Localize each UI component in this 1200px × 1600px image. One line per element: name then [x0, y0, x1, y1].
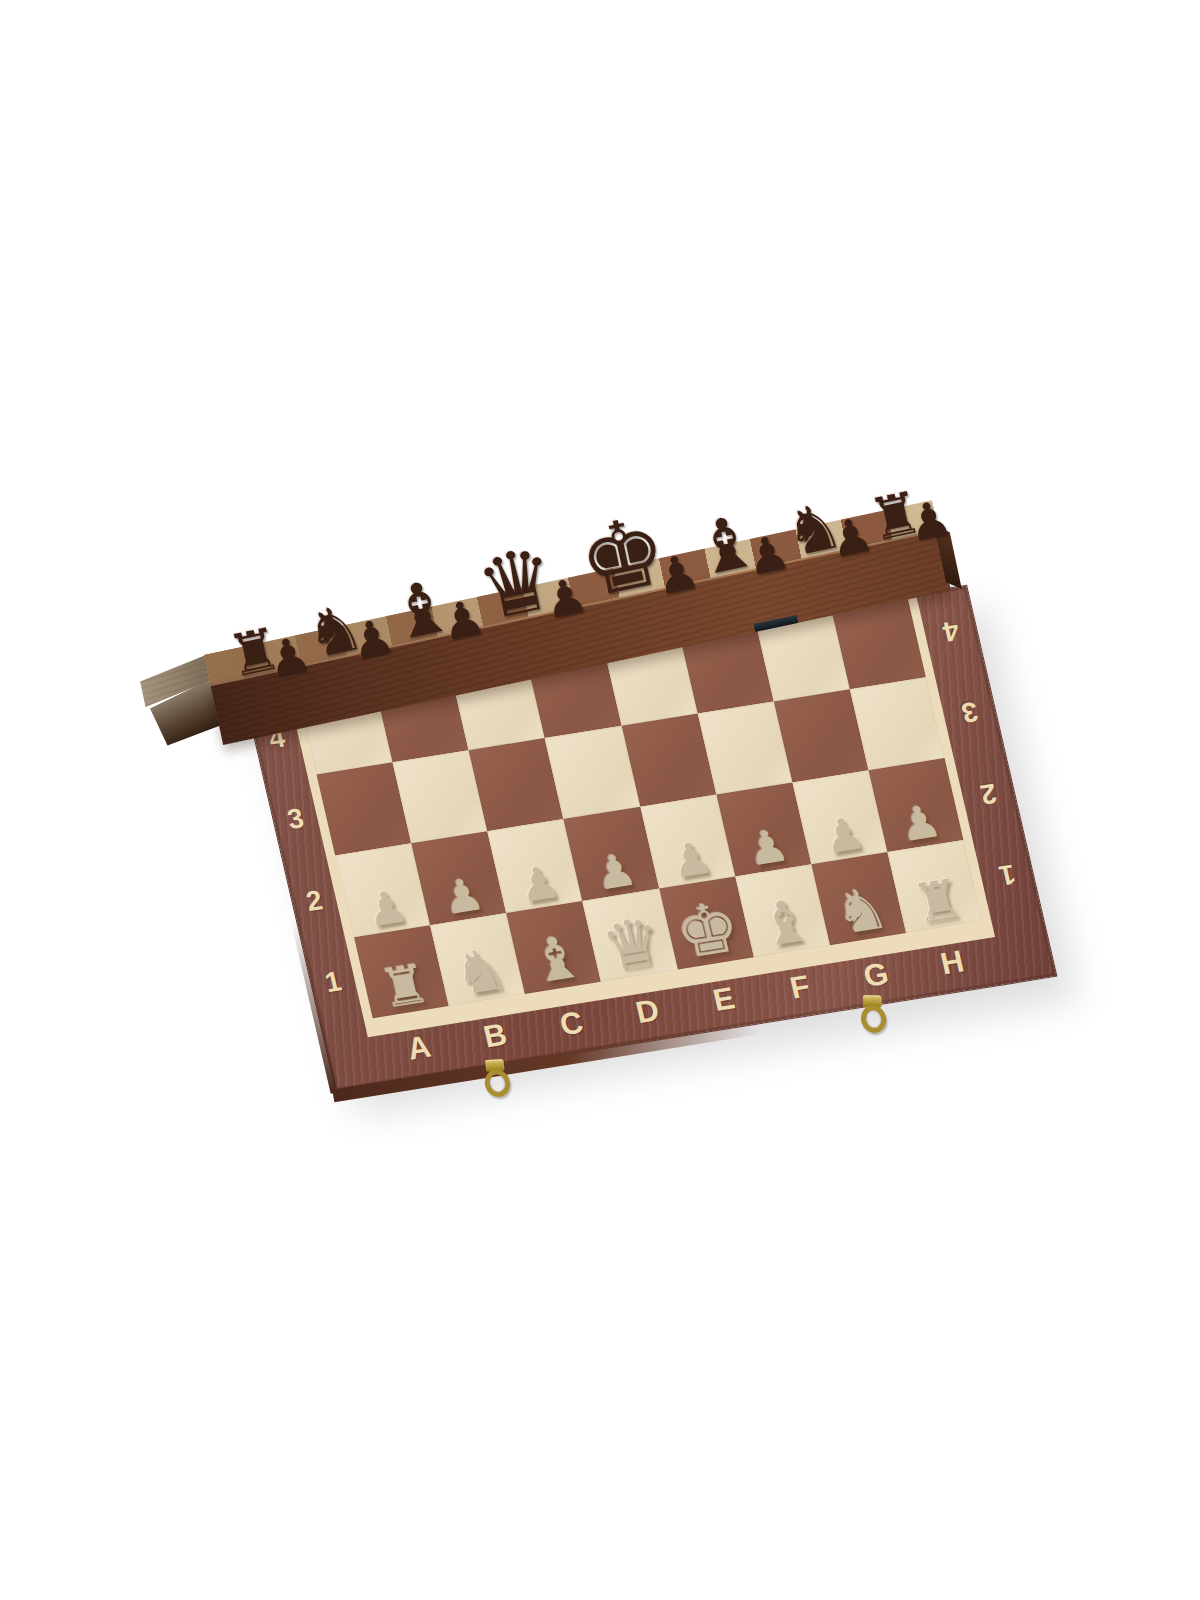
white-piece-P-f2: ♟: [743, 824, 792, 872]
white-piece-P-c2: ♟: [515, 861, 564, 909]
white-piece-B-f1: ♝: [753, 892, 818, 955]
file-label-h: H: [909, 933, 996, 994]
clasp-ring: [860, 1005, 887, 1033]
white-piece-N-b1: ♞: [449, 941, 513, 1003]
clasp-ring: [483, 1069, 512, 1098]
dark-piece-group-2: ♞♟: [301, 593, 397, 667]
dark-piece-P: ♟: [652, 549, 703, 600]
dark-piece-P: ♟: [437, 594, 488, 645]
dark-piece-group-7: ♞♟: [780, 491, 876, 565]
white-piece-N-g1: ♞: [830, 880, 894, 942]
rank-label-text: 1: [996, 858, 1019, 892]
rank-label-text: 2: [303, 884, 326, 918]
dark-piece-P: ♟: [904, 495, 955, 546]
dark-piece-P: ♟: [742, 529, 793, 580]
rank-label-text: 3: [284, 803, 307, 837]
white-piece-P-g2: ♟: [819, 812, 868, 860]
rank-label-text: 2: [977, 777, 1000, 811]
white-piece-Q-d1: ♛: [596, 910, 667, 979]
file-label-f: F: [756, 957, 843, 1018]
dark-piece-group-3: ♝♟: [383, 566, 487, 649]
rank-label-text: 4: [939, 614, 962, 648]
white-piece-P-e2: ♟: [667, 836, 716, 884]
rank-label-text: 3: [958, 695, 981, 729]
brass-clasp-left: [481, 1059, 512, 1102]
white-piece-B-c1: ♝: [524, 928, 589, 991]
brass-clasp-right: [859, 995, 887, 1037]
dark-piece-group-1: ♜♟: [224, 616, 313, 684]
dark-piece-P: ♟: [263, 631, 314, 682]
white-piece-R-h1: ♜: [908, 872, 967, 930]
dark-piece-group-4: ♛♟: [471, 532, 590, 630]
white-piece-P-b2: ♟: [438, 873, 487, 921]
dark-piece-group-6: ♝♟: [688, 501, 792, 584]
dark-piece-P: ♟: [540, 572, 591, 623]
dark-piece-group-5: ♚♟: [572, 500, 702, 608]
dark-piece-P: ♟: [826, 512, 877, 563]
rank-label-text: 1: [322, 966, 345, 1000]
dark-piece-group-8: ♜♟: [865, 479, 954, 547]
white-piece-P-h2: ♟: [895, 800, 944, 848]
white-piece-P-a2: ♟: [362, 885, 411, 933]
white-piece-K-e1: ♚: [669, 893, 746, 968]
product-photo-scene: ♟♟♟♟♟♟♟♟♜♞♝♛♚♝♞♜ 4321 4321 ABCDEFGH ♜♟♞♟…: [0, 0, 1200, 1600]
dark-piece-P: ♟: [347, 613, 398, 664]
white-piece-R-a1: ♜: [375, 957, 434, 1015]
white-piece-P-d2: ♟: [591, 848, 640, 896]
